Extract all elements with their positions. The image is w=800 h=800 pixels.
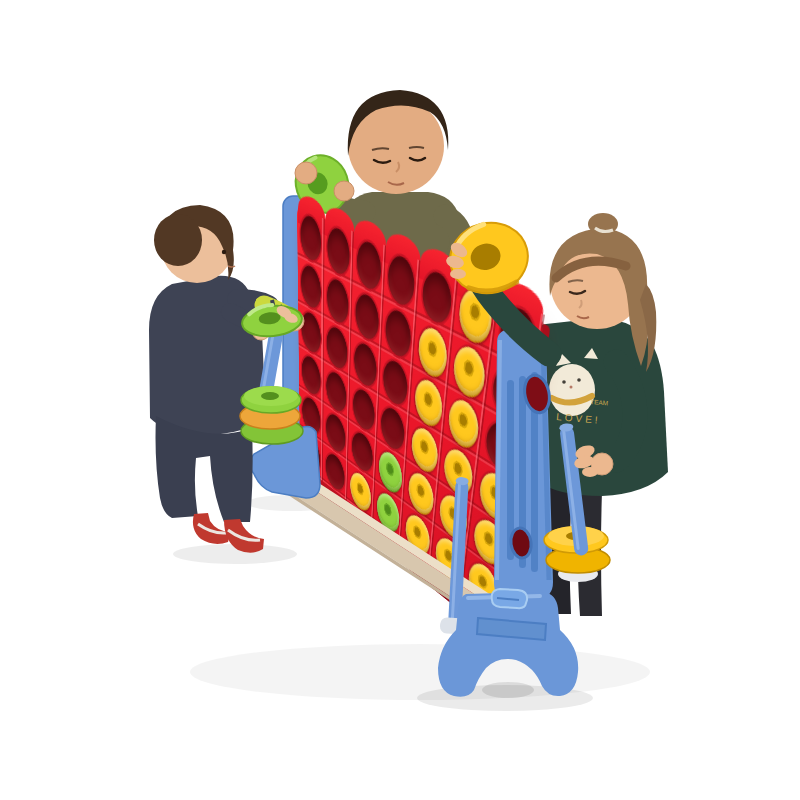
- girl-thumb: [582, 467, 598, 477]
- front-layer: [0, 0, 800, 800]
- right-frame-leg: [494, 329, 553, 599]
- right-frame-foot: [438, 589, 578, 698]
- scene: TEAM LOVE!: [0, 0, 800, 800]
- right-storage-peg: [544, 423, 610, 582]
- toddler-eye: [222, 250, 226, 254]
- child-left-toddler: [149, 205, 304, 553]
- girl-finger: [450, 269, 466, 279]
- left-peg-ring-stack: [240, 386, 303, 444]
- toddler-hair-back: [154, 214, 202, 266]
- girl-arm-with-yellow-disc: [443, 215, 549, 354]
- toddler-sock: [224, 519, 264, 553]
